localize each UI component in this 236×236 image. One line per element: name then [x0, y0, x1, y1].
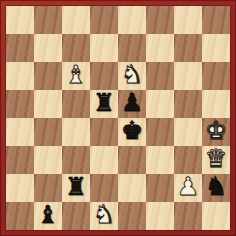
square-b6[interactable]	[34, 62, 62, 90]
square-h3[interactable]: ♛	[202, 146, 230, 174]
chess-board-frame: ♝♞♜♟♚♚♛♜♟♞♝♞	[0, 0, 236, 236]
square-c7[interactable]	[62, 34, 90, 62]
square-b5[interactable]	[34, 90, 62, 118]
black-bishop[interactable]: ♝	[37, 202, 59, 229]
square-e5[interactable]: ♟	[118, 90, 146, 118]
square-f6[interactable]	[146, 62, 174, 90]
square-a5[interactable]	[6, 90, 34, 118]
square-g7[interactable]	[174, 34, 202, 62]
square-f8[interactable]	[146, 6, 174, 34]
square-a8[interactable]	[6, 6, 34, 34]
square-g4[interactable]	[174, 118, 202, 146]
square-b4[interactable]	[34, 118, 62, 146]
square-c5[interactable]	[62, 90, 90, 118]
square-f7[interactable]	[146, 34, 174, 62]
black-rook[interactable]: ♜	[65, 174, 87, 201]
square-g5[interactable]	[174, 90, 202, 118]
square-g1[interactable]	[174, 202, 202, 230]
white-king[interactable]: ♚	[205, 118, 227, 145]
square-g6[interactable]	[174, 62, 202, 90]
square-a6[interactable]	[6, 62, 34, 90]
square-h2[interactable]: ♞	[202, 174, 230, 202]
square-d2[interactable]	[90, 174, 118, 202]
square-c6[interactable]: ♝	[62, 62, 90, 90]
white-knight[interactable]: ♞	[121, 62, 143, 89]
square-g2[interactable]: ♟	[174, 174, 202, 202]
square-h8[interactable]	[202, 6, 230, 34]
square-a1[interactable]	[6, 202, 34, 230]
square-e8[interactable]	[118, 6, 146, 34]
square-d4[interactable]	[90, 118, 118, 146]
square-f4[interactable]	[146, 118, 174, 146]
square-c1[interactable]	[62, 202, 90, 230]
white-pawn[interactable]: ♟	[177, 174, 199, 201]
square-a7[interactable]	[6, 34, 34, 62]
square-c8[interactable]	[62, 6, 90, 34]
square-h7[interactable]	[202, 34, 230, 62]
square-a4[interactable]	[6, 118, 34, 146]
square-d3[interactable]	[90, 146, 118, 174]
square-d5[interactable]: ♜	[90, 90, 118, 118]
chess-board: ♝♞♜♟♚♚♛♜♟♞♝♞	[6, 6, 230, 230]
square-e6[interactable]: ♞	[118, 62, 146, 90]
black-pawn[interactable]: ♟	[121, 90, 143, 117]
square-g8[interactable]	[174, 6, 202, 34]
square-f2[interactable]	[146, 174, 174, 202]
square-h6[interactable]	[202, 62, 230, 90]
white-bishop[interactable]: ♝	[65, 62, 87, 89]
square-f3[interactable]	[146, 146, 174, 174]
square-e2[interactable]	[118, 174, 146, 202]
square-e7[interactable]	[118, 34, 146, 62]
square-h1[interactable]	[202, 202, 230, 230]
square-a3[interactable]	[6, 146, 34, 174]
square-f5[interactable]	[146, 90, 174, 118]
square-c4[interactable]	[62, 118, 90, 146]
square-b2[interactable]	[34, 174, 62, 202]
square-c3[interactable]	[62, 146, 90, 174]
square-a2[interactable]	[6, 174, 34, 202]
square-h5[interactable]	[202, 90, 230, 118]
black-king[interactable]: ♚	[121, 118, 143, 145]
square-b7[interactable]	[34, 34, 62, 62]
white-queen[interactable]: ♛	[205, 146, 227, 173]
black-knight[interactable]: ♞	[205, 174, 227, 201]
square-e4[interactable]: ♚	[118, 118, 146, 146]
square-e1[interactable]	[118, 202, 146, 230]
white-knight[interactable]: ♞	[93, 202, 115, 229]
square-b3[interactable]	[34, 146, 62, 174]
square-g3[interactable]	[174, 146, 202, 174]
square-e3[interactable]	[118, 146, 146, 174]
square-d1[interactable]: ♞	[90, 202, 118, 230]
square-h4[interactable]: ♚	[202, 118, 230, 146]
square-b8[interactable]	[34, 6, 62, 34]
square-d7[interactable]	[90, 34, 118, 62]
square-b1[interactable]: ♝	[34, 202, 62, 230]
square-f1[interactable]	[146, 202, 174, 230]
square-c2[interactable]: ♜	[62, 174, 90, 202]
square-d8[interactable]	[90, 6, 118, 34]
black-rook[interactable]: ♜	[93, 90, 115, 117]
square-d6[interactable]	[90, 62, 118, 90]
